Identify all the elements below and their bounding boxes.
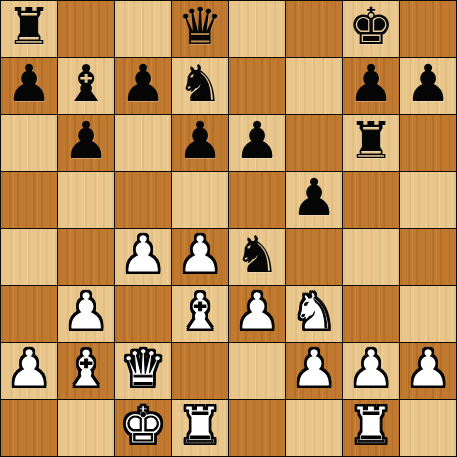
square-e6[interactable]: ♟ [229, 115, 285, 171]
square-c2[interactable]: ♛ [115, 343, 171, 399]
square-h6[interactable] [400, 115, 456, 171]
square-g7[interactable]: ♟ [343, 58, 399, 114]
piece-black-pawn[interactable]: ♟ [348, 56, 394, 112]
square-a2[interactable]: ♟ [1, 343, 57, 399]
square-b5[interactable] [58, 172, 114, 228]
square-d3[interactable]: ♝ [172, 286, 228, 342]
square-a7[interactable]: ♟ [1, 58, 57, 114]
square-f3[interactable]: ♞ [286, 286, 342, 342]
square-f8[interactable] [286, 1, 342, 57]
square-h7[interactable]: ♟ [400, 58, 456, 114]
piece-white-pawn[interactable]: ♟ [291, 341, 337, 397]
square-g4[interactable] [343, 229, 399, 285]
piece-white-knight[interactable]: ♞ [291, 284, 337, 340]
square-h5[interactable] [400, 172, 456, 228]
square-c5[interactable] [115, 172, 171, 228]
square-f6[interactable] [286, 115, 342, 171]
square-e8[interactable] [229, 1, 285, 57]
square-b8[interactable] [58, 1, 114, 57]
piece-white-rook[interactable]: ♜ [348, 398, 394, 454]
square-b2[interactable]: ♝ [58, 343, 114, 399]
square-a4[interactable] [1, 229, 57, 285]
square-e3[interactable]: ♟ [229, 286, 285, 342]
square-b4[interactable] [58, 229, 114, 285]
piece-black-pawn[interactable]: ♟ [6, 56, 52, 112]
square-d5[interactable] [172, 172, 228, 228]
square-e7[interactable] [229, 58, 285, 114]
piece-black-pawn[interactable]: ♟ [234, 113, 280, 169]
square-f2[interactable]: ♟ [286, 343, 342, 399]
square-f4[interactable] [286, 229, 342, 285]
square-f7[interactable] [286, 58, 342, 114]
piece-white-pawn[interactable]: ♟ [120, 227, 166, 283]
square-h2[interactable]: ♟ [400, 343, 456, 399]
piece-black-pawn[interactable]: ♟ [291, 170, 337, 226]
square-h1[interactable] [400, 400, 456, 456]
square-g2[interactable]: ♟ [343, 343, 399, 399]
square-c1[interactable]: ♚ [115, 400, 171, 456]
square-a3[interactable] [1, 286, 57, 342]
square-d8[interactable]: ♛ [172, 1, 228, 57]
piece-black-pawn[interactable]: ♟ [405, 56, 451, 112]
square-d2[interactable] [172, 343, 228, 399]
square-c3[interactable] [115, 286, 171, 342]
square-a6[interactable] [1, 115, 57, 171]
piece-black-pawn[interactable]: ♟ [177, 113, 223, 169]
piece-white-pawn[interactable]: ♟ [405, 341, 451, 397]
piece-white-bishop[interactable]: ♝ [177, 284, 223, 340]
square-b7[interactable]: ♝ [58, 58, 114, 114]
piece-white-pawn[interactable]: ♟ [177, 227, 223, 283]
square-c8[interactable] [115, 1, 171, 57]
chess-board: ♜♛♚♟♝♟♞♟♟♟♟♟♜♟♟♟♞♟♝♟♞♟♝♛♟♟♟♚♜♜ [0, 0, 457, 457]
piece-black-knight[interactable]: ♞ [177, 56, 223, 112]
square-d6[interactable]: ♟ [172, 115, 228, 171]
square-g5[interactable] [343, 172, 399, 228]
piece-white-queen[interactable]: ♛ [120, 341, 166, 397]
square-a1[interactable] [1, 400, 57, 456]
piece-white-rook[interactable]: ♜ [177, 398, 223, 454]
square-f5[interactable]: ♟ [286, 172, 342, 228]
square-e1[interactable] [229, 400, 285, 456]
square-g6[interactable]: ♜ [343, 115, 399, 171]
piece-white-pawn[interactable]: ♟ [63, 284, 109, 340]
square-d7[interactable]: ♞ [172, 58, 228, 114]
piece-black-pawn[interactable]: ♟ [120, 56, 166, 112]
square-a5[interactable] [1, 172, 57, 228]
piece-white-king[interactable]: ♚ [120, 398, 166, 454]
piece-black-knight[interactable]: ♞ [234, 227, 280, 283]
square-g8[interactable]: ♚ [343, 1, 399, 57]
piece-white-pawn[interactable]: ♟ [6, 341, 52, 397]
piece-black-pawn[interactable]: ♟ [63, 113, 109, 169]
square-a8[interactable]: ♜ [1, 1, 57, 57]
square-c6[interactable] [115, 115, 171, 171]
square-b6[interactable]: ♟ [58, 115, 114, 171]
piece-black-queen[interactable]: ♛ [177, 0, 223, 55]
piece-black-king[interactable]: ♚ [348, 0, 394, 55]
piece-black-rook[interactable]: ♜ [6, 0, 52, 55]
square-h8[interactable] [400, 1, 456, 57]
square-d4[interactable]: ♟ [172, 229, 228, 285]
square-h4[interactable] [400, 229, 456, 285]
square-g1[interactable]: ♜ [343, 400, 399, 456]
square-c7[interactable]: ♟ [115, 58, 171, 114]
square-d1[interactable]: ♜ [172, 400, 228, 456]
square-h3[interactable] [400, 286, 456, 342]
square-c4[interactable]: ♟ [115, 229, 171, 285]
piece-white-pawn[interactable]: ♟ [234, 284, 280, 340]
piece-black-bishop[interactable]: ♝ [63, 56, 109, 112]
square-e4[interactable]: ♞ [229, 229, 285, 285]
square-b3[interactable]: ♟ [58, 286, 114, 342]
piece-white-bishop[interactable]: ♝ [63, 341, 109, 397]
square-b1[interactable] [58, 400, 114, 456]
square-e5[interactable] [229, 172, 285, 228]
square-f1[interactable] [286, 400, 342, 456]
chess-board-frame: ♜♛♚♟♝♟♞♟♟♟♟♟♜♟♟♟♞♟♝♟♞♟♝♛♟♟♟♚♜♜ [0, 0, 457, 457]
piece-black-rook[interactable]: ♜ [348, 113, 394, 169]
piece-white-pawn[interactable]: ♟ [348, 341, 394, 397]
square-g3[interactable] [343, 286, 399, 342]
square-e2[interactable] [229, 343, 285, 399]
